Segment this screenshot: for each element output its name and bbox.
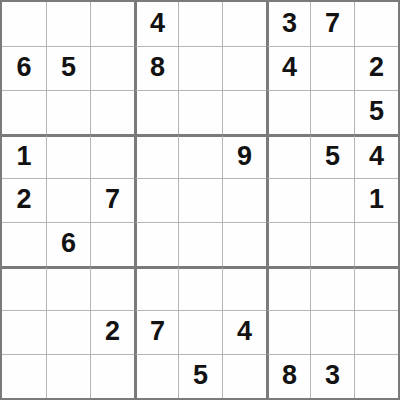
cell-r9c9[interactable] xyxy=(354,354,398,398)
cell-r2c7[interactable]: 4 xyxy=(266,46,310,90)
given-digit: 9 xyxy=(237,143,252,170)
cell-r8c7[interactable] xyxy=(266,310,310,354)
given-digit: 4 xyxy=(282,54,297,81)
cell-r3c3[interactable] xyxy=(90,90,134,134)
cell-r6c4[interactable] xyxy=(134,222,178,266)
cell-r9c8[interactable]: 3 xyxy=(310,354,354,398)
cell-r4c5[interactable] xyxy=(178,134,222,178)
given-digit: 3 xyxy=(282,10,297,37)
given-digit: 7 xyxy=(325,10,340,37)
cell-r2c4[interactable]: 8 xyxy=(134,46,178,90)
cell-r9c4[interactable] xyxy=(134,354,178,398)
cell-r7c7[interactable] xyxy=(266,266,310,310)
cell-r3c4[interactable] xyxy=(134,90,178,134)
given-digit: 3 xyxy=(325,362,340,389)
cell-r3c1[interactable] xyxy=(2,90,46,134)
cell-r3c6[interactable] xyxy=(222,90,266,134)
cell-r6c2[interactable]: 6 xyxy=(46,222,90,266)
given-digit: 5 xyxy=(325,143,340,170)
cell-r1c3[interactable] xyxy=(90,2,134,46)
cell-r4c8[interactable]: 5 xyxy=(310,134,354,178)
cell-r5c1[interactable]: 2 xyxy=(2,178,46,222)
cell-r7c2[interactable] xyxy=(46,266,90,310)
cell-r8c9[interactable] xyxy=(354,310,398,354)
cell-r9c6[interactable] xyxy=(222,354,266,398)
cell-r7c1[interactable] xyxy=(2,266,46,310)
cell-r1c5[interactable] xyxy=(178,2,222,46)
cell-r5c3[interactable]: 7 xyxy=(90,178,134,222)
cell-r6c6[interactable] xyxy=(222,222,266,266)
cell-r7c8[interactable] xyxy=(310,266,354,310)
cell-r7c5[interactable] xyxy=(178,266,222,310)
cell-r1c1[interactable] xyxy=(2,2,46,46)
given-digit: 8 xyxy=(282,362,297,389)
cell-r8c2[interactable] xyxy=(46,310,90,354)
cell-r6c9[interactable] xyxy=(354,222,398,266)
cell-r5c2[interactable] xyxy=(46,178,90,222)
cell-r8c6[interactable]: 4 xyxy=(222,310,266,354)
cell-r8c8[interactable] xyxy=(310,310,354,354)
cell-r1c2[interactable] xyxy=(46,2,90,46)
cell-r3c2[interactable] xyxy=(46,90,90,134)
cell-r6c7[interactable] xyxy=(266,222,310,266)
cell-r3c9[interactable]: 5 xyxy=(354,90,398,134)
cell-r2c1[interactable]: 6 xyxy=(2,46,46,90)
cell-r3c7[interactable] xyxy=(266,90,310,134)
given-digit: 2 xyxy=(369,54,384,81)
cell-r7c3[interactable] xyxy=(90,266,134,310)
cell-r4c2[interactable] xyxy=(46,134,90,178)
cell-r8c5[interactable] xyxy=(178,310,222,354)
cell-r2c9[interactable]: 2 xyxy=(354,46,398,90)
sudoku-page: 43765842519542716274583 xyxy=(0,0,400,400)
given-digit: 4 xyxy=(237,318,252,345)
cell-r1c8[interactable]: 7 xyxy=(310,2,354,46)
given-digit: 8 xyxy=(150,54,165,81)
given-digit: 7 xyxy=(150,318,165,345)
given-digit: 5 xyxy=(369,98,384,125)
cell-r2c8[interactable] xyxy=(310,46,354,90)
cell-r7c9[interactable] xyxy=(354,266,398,310)
given-digit: 7 xyxy=(105,186,120,213)
cell-r6c5[interactable] xyxy=(178,222,222,266)
given-digit: 5 xyxy=(193,362,208,389)
given-digit: 1 xyxy=(369,186,384,213)
cell-r4c3[interactable] xyxy=(90,134,134,178)
cell-r1c4[interactable]: 4 xyxy=(134,2,178,46)
cell-r1c7[interactable]: 3 xyxy=(266,2,310,46)
given-digit: 2 xyxy=(105,318,120,345)
cell-r6c8[interactable] xyxy=(310,222,354,266)
cell-r2c3[interactable] xyxy=(90,46,134,90)
given-digit: 1 xyxy=(16,143,31,170)
given-digit: 6 xyxy=(16,54,31,81)
cell-r4c9[interactable]: 4 xyxy=(354,134,398,178)
cell-r3c8[interactable] xyxy=(310,90,354,134)
cell-r8c1[interactable] xyxy=(2,310,46,354)
cell-r8c3[interactable]: 2 xyxy=(90,310,134,354)
cell-r6c1[interactable] xyxy=(2,222,46,266)
cell-r5c6[interactable] xyxy=(222,178,266,222)
given-digit: 4 xyxy=(369,143,384,170)
cell-r5c9[interactable]: 1 xyxy=(354,178,398,222)
cell-r9c5[interactable]: 5 xyxy=(178,354,222,398)
cell-r7c6[interactable] xyxy=(222,266,266,310)
cell-r1c9[interactable] xyxy=(354,2,398,46)
cell-r9c2[interactable] xyxy=(46,354,90,398)
given-digit: 4 xyxy=(150,10,165,37)
cell-r9c7[interactable]: 8 xyxy=(266,354,310,398)
given-digit: 2 xyxy=(16,186,31,213)
cell-r2c5[interactable] xyxy=(178,46,222,90)
cell-r3c5[interactable] xyxy=(178,90,222,134)
cell-r9c3[interactable] xyxy=(90,354,134,398)
cell-r4c7[interactable] xyxy=(266,134,310,178)
given-digit: 5 xyxy=(61,54,76,81)
cell-r5c8[interactable] xyxy=(310,178,354,222)
cell-r5c7[interactable] xyxy=(266,178,310,222)
cell-r1c6[interactable] xyxy=(222,2,266,46)
cell-r5c4[interactable] xyxy=(134,178,178,222)
cell-r7c4[interactable] xyxy=(134,266,178,310)
given-digit: 6 xyxy=(61,230,76,257)
cell-r8c4[interactable]: 7 xyxy=(134,310,178,354)
cell-r5c5[interactable] xyxy=(178,178,222,222)
cell-r6c3[interactable] xyxy=(90,222,134,266)
cell-r9c1[interactable] xyxy=(2,354,46,398)
sudoku-board: 43765842519542716274583 xyxy=(0,0,400,400)
cell-r4c4[interactable] xyxy=(134,134,178,178)
cell-r2c2[interactable]: 5 xyxy=(46,46,90,90)
cell-r4c6[interactable]: 9 xyxy=(222,134,266,178)
cell-r2c6[interactable] xyxy=(222,46,266,90)
cell-r4c1[interactable]: 1 xyxy=(2,134,46,178)
